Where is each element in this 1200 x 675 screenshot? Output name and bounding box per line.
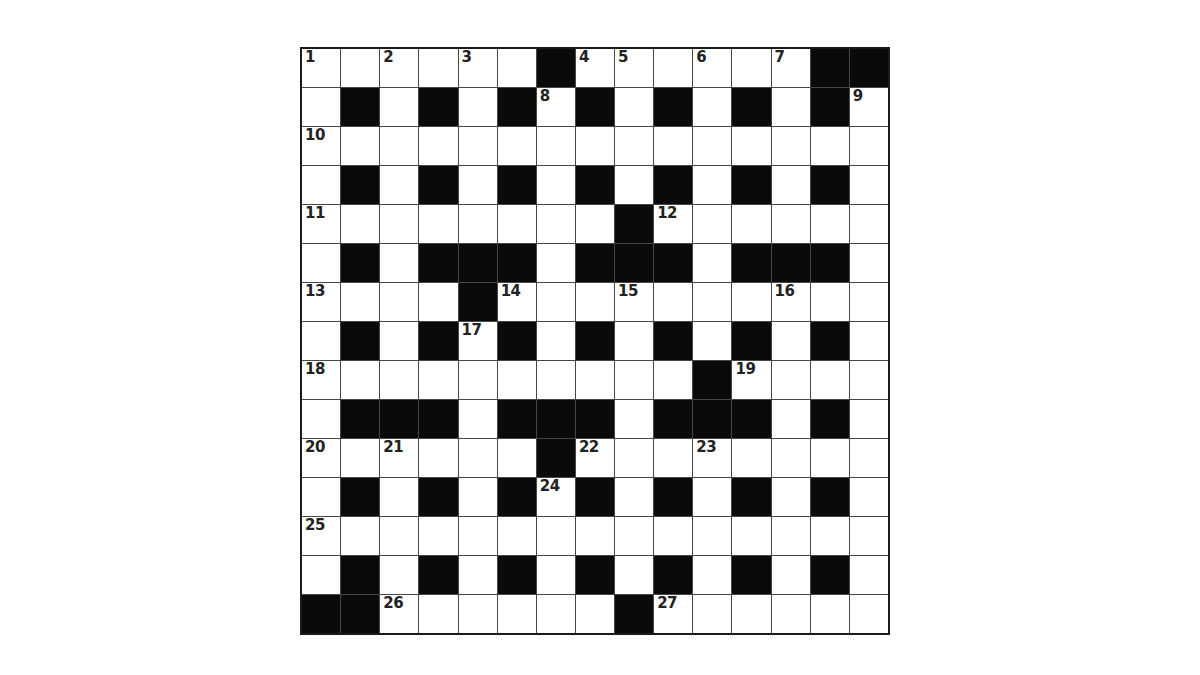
- cell-r3c7[interactable]: [537, 127, 575, 165]
- cell-r15c9: [615, 595, 653, 633]
- cell-r11c6[interactable]: [498, 439, 536, 477]
- cell-r1c8[interactable]: 4: [576, 49, 614, 87]
- cell-r8c14: [811, 322, 849, 360]
- cell-r5c13[interactable]: [772, 205, 810, 243]
- cell-r6c11[interactable]: [693, 244, 731, 282]
- cell-r7c2[interactable]: [341, 283, 379, 321]
- cell-r5c14[interactable]: [811, 205, 849, 243]
- clue-number: 5: [618, 50, 628, 66]
- cell-r15c12[interactable]: [732, 595, 770, 633]
- cell-r12c4: [419, 478, 457, 516]
- clue-number: 23: [696, 440, 716, 456]
- cell-r11c9[interactable]: [615, 439, 653, 477]
- cell-r13c4[interactable]: [419, 517, 457, 555]
- cell-r7c1[interactable]: 13: [302, 283, 340, 321]
- cell-r3c9[interactable]: [615, 127, 653, 165]
- cell-r6c1[interactable]: [302, 244, 340, 282]
- cell-r10c1[interactable]: [302, 400, 340, 438]
- clue-number: 17: [462, 323, 482, 339]
- clue-number: 26: [383, 596, 403, 612]
- clue-number: 8: [540, 89, 550, 105]
- cell-r10c5[interactable]: [459, 400, 497, 438]
- cell-r6c9: [615, 244, 653, 282]
- cell-r7c7[interactable]: [537, 283, 575, 321]
- cell-r14c1[interactable]: [302, 556, 340, 594]
- cell-r10c13[interactable]: [772, 400, 810, 438]
- cell-r10c11: [693, 400, 731, 438]
- cell-r14c12: [732, 556, 770, 594]
- cell-r14c3[interactable]: [380, 556, 418, 594]
- cell-r2c9[interactable]: [615, 88, 653, 126]
- cell-r2c6: [498, 88, 536, 126]
- cell-r1c14: [811, 49, 849, 87]
- cell-r7c8[interactable]: [576, 283, 614, 321]
- cell-r2c5[interactable]: [459, 88, 497, 126]
- cell-r4c3[interactable]: [380, 166, 418, 204]
- clue-number: 25: [305, 518, 325, 534]
- cell-r11c12[interactable]: [732, 439, 770, 477]
- cell-r3c10[interactable]: [654, 127, 692, 165]
- cell-r13c9[interactable]: [615, 517, 653, 555]
- cell-r9c13[interactable]: [772, 361, 810, 399]
- cell-r6c8: [576, 244, 614, 282]
- cell-r9c6[interactable]: [498, 361, 536, 399]
- cell-r14c10: [654, 556, 692, 594]
- cell-r15c10[interactable]: 27: [654, 595, 692, 633]
- cell-r3c13[interactable]: [772, 127, 810, 165]
- cell-r4c10: [654, 166, 692, 204]
- cell-r9c4[interactable]: [419, 361, 457, 399]
- cell-r8c2: [341, 322, 379, 360]
- clue-number: 6: [696, 50, 706, 66]
- cell-r5c1[interactable]: 11: [302, 205, 340, 243]
- cell-r9c2[interactable]: [341, 361, 379, 399]
- cell-r1c9[interactable]: 5: [615, 49, 653, 87]
- cell-r7c14[interactable]: [811, 283, 849, 321]
- cell-r7c13[interactable]: 16: [772, 283, 810, 321]
- cell-r4c11[interactable]: [693, 166, 731, 204]
- cell-r5c3[interactable]: [380, 205, 418, 243]
- cell-r4c12: [732, 166, 770, 204]
- cell-r5c7[interactable]: [537, 205, 575, 243]
- cell-r2c2: [341, 88, 379, 126]
- cell-r12c13[interactable]: [772, 478, 810, 516]
- cell-r15c6[interactable]: [498, 595, 536, 633]
- cell-r15c15[interactable]: [850, 595, 888, 633]
- cell-r6c13: [772, 244, 810, 282]
- cell-r4c15[interactable]: [850, 166, 888, 204]
- cell-r7c15[interactable]: [850, 283, 888, 321]
- cell-r9c14[interactable]: [811, 361, 849, 399]
- clue-number: 3: [462, 50, 472, 66]
- cell-r11c14[interactable]: [811, 439, 849, 477]
- cell-r6c10: [654, 244, 692, 282]
- cell-r6c4: [419, 244, 457, 282]
- cell-r12c1[interactable]: [302, 478, 340, 516]
- cell-r3c4[interactable]: [419, 127, 457, 165]
- cell-r4c5[interactable]: [459, 166, 497, 204]
- cell-r8c13[interactable]: [772, 322, 810, 360]
- cell-r1c6[interactable]: [498, 49, 536, 87]
- cell-r10c9[interactable]: [615, 400, 653, 438]
- cell-r12c14: [811, 478, 849, 516]
- clue-number: 13: [305, 284, 325, 300]
- cell-r8c4: [419, 322, 457, 360]
- clue-number: 16: [775, 284, 795, 300]
- cell-r2c11[interactable]: [693, 88, 731, 126]
- cell-r11c10[interactable]: [654, 439, 692, 477]
- cell-r9c7[interactable]: [537, 361, 575, 399]
- clue-number: 15: [618, 284, 638, 300]
- page: 1234567891011121314151617181920212223242…: [0, 0, 1200, 675]
- cell-r5c6[interactable]: [498, 205, 536, 243]
- cell-r11c13[interactable]: [772, 439, 810, 477]
- cell-r11c2[interactable]: [341, 439, 379, 477]
- cell-r8c10: [654, 322, 692, 360]
- cell-r7c12[interactable]: [732, 283, 770, 321]
- cell-r14c8: [576, 556, 614, 594]
- clue-number: 21: [383, 440, 403, 456]
- cell-r14c7[interactable]: [537, 556, 575, 594]
- cell-r2c1[interactable]: [302, 88, 340, 126]
- cell-r2c15[interactable]: 9: [850, 88, 888, 126]
- clue-number: 12: [657, 206, 677, 222]
- cell-r12c15[interactable]: [850, 478, 888, 516]
- cell-r6c2: [341, 244, 379, 282]
- cell-r1c12[interactable]: [732, 49, 770, 87]
- cell-r11c1[interactable]: 20: [302, 439, 340, 477]
- cell-r3c8[interactable]: [576, 127, 614, 165]
- cell-r13c7[interactable]: [537, 517, 575, 555]
- clue-number: 14: [501, 284, 521, 300]
- clue-number: 22: [579, 440, 599, 456]
- cell-r15c11[interactable]: [693, 595, 731, 633]
- cell-r15c4[interactable]: [419, 595, 457, 633]
- clue-number: 2: [383, 50, 393, 66]
- cell-r13c11[interactable]: [693, 517, 731, 555]
- cell-r9c8[interactable]: [576, 361, 614, 399]
- cell-r14c14: [811, 556, 849, 594]
- cell-r12c12: [732, 478, 770, 516]
- cell-r8c5[interactable]: 17: [459, 322, 497, 360]
- clue-number: 7: [775, 50, 785, 66]
- cell-r8c3[interactable]: [380, 322, 418, 360]
- cell-r12c6: [498, 478, 536, 516]
- cell-r4c14: [811, 166, 849, 204]
- cell-r13c5[interactable]: [459, 517, 497, 555]
- clue-number: 4: [579, 50, 589, 66]
- cell-r8c7[interactable]: [537, 322, 575, 360]
- cell-r8c8: [576, 322, 614, 360]
- cell-r4c13[interactable]: [772, 166, 810, 204]
- cell-r5c2[interactable]: [341, 205, 379, 243]
- cell-r7c10[interactable]: [654, 283, 692, 321]
- cell-r15c1: [302, 595, 340, 633]
- cell-r6c12: [732, 244, 770, 282]
- cell-r11c11[interactable]: 23: [693, 439, 731, 477]
- clue-number: 20: [305, 440, 325, 456]
- clue-number: 18: [305, 362, 325, 378]
- cell-r4c2: [341, 166, 379, 204]
- cell-r1c10[interactable]: [654, 49, 692, 87]
- cell-r6c5: [459, 244, 497, 282]
- cell-r7c3[interactable]: [380, 283, 418, 321]
- cell-r8c12: [732, 322, 770, 360]
- clue-number: 9: [853, 89, 863, 105]
- cell-r14c13[interactable]: [772, 556, 810, 594]
- cell-r3c11[interactable]: [693, 127, 731, 165]
- cell-r6c7[interactable]: [537, 244, 575, 282]
- cell-r7c9[interactable]: 15: [615, 283, 653, 321]
- cell-r3c12[interactable]: [732, 127, 770, 165]
- cell-r4c9[interactable]: [615, 166, 653, 204]
- cell-r11c7: [537, 439, 575, 477]
- cell-r15c13[interactable]: [772, 595, 810, 633]
- cell-r3c14[interactable]: [811, 127, 849, 165]
- cell-r4c7[interactable]: [537, 166, 575, 204]
- cell-r1c15: [850, 49, 888, 87]
- cell-r8c15[interactable]: [850, 322, 888, 360]
- cell-r14c4: [419, 556, 457, 594]
- cell-r2c14: [811, 88, 849, 126]
- cell-r13c14[interactable]: [811, 517, 849, 555]
- cell-r10c14: [811, 400, 849, 438]
- cell-r15c2: [341, 595, 379, 633]
- cell-r3c6[interactable]: [498, 127, 536, 165]
- cell-r3c5[interactable]: [459, 127, 497, 165]
- cell-r10c8: [576, 400, 614, 438]
- cell-r4c6: [498, 166, 536, 204]
- clue-number: 1: [305, 50, 315, 66]
- cell-r11c5[interactable]: [459, 439, 497, 477]
- cell-r5c10[interactable]: 12: [654, 205, 692, 243]
- cell-r13c8[interactable]: [576, 517, 614, 555]
- cell-r6c6: [498, 244, 536, 282]
- cell-r5c9: [615, 205, 653, 243]
- cell-r1c3[interactable]: 2: [380, 49, 418, 87]
- cell-r3c2[interactable]: [341, 127, 379, 165]
- cell-r2c8: [576, 88, 614, 126]
- cell-r14c15[interactable]: [850, 556, 888, 594]
- cell-r7c6[interactable]: 14: [498, 283, 536, 321]
- cell-r14c5[interactable]: [459, 556, 497, 594]
- cell-r9c9[interactable]: [615, 361, 653, 399]
- cell-r10c7: [537, 400, 575, 438]
- cell-r13c12[interactable]: [732, 517, 770, 555]
- cell-r7c11[interactable]: [693, 283, 731, 321]
- clue-number: 11: [305, 206, 325, 222]
- cell-r13c10[interactable]: [654, 517, 692, 555]
- cell-r13c15[interactable]: [850, 517, 888, 555]
- cell-r3c15[interactable]: [850, 127, 888, 165]
- cell-r1c1[interactable]: 1: [302, 49, 340, 87]
- clue-number: 24: [540, 479, 560, 495]
- cell-r15c8[interactable]: [576, 595, 614, 633]
- clue-number: 27: [657, 596, 677, 612]
- cell-r12c11[interactable]: [693, 478, 731, 516]
- cell-r12c8: [576, 478, 614, 516]
- cell-r10c2: [341, 400, 379, 438]
- cell-r2c7[interactable]: 8: [537, 88, 575, 126]
- cell-r1c7: [537, 49, 575, 87]
- crossword-board: 1234567891011121314151617181920212223242…: [300, 47, 890, 635]
- cell-r15c7[interactable]: [537, 595, 575, 633]
- cell-r12c2: [341, 478, 379, 516]
- cell-r15c3[interactable]: 26: [380, 595, 418, 633]
- cell-r14c9[interactable]: [615, 556, 653, 594]
- cell-r8c6: [498, 322, 536, 360]
- cell-r11c3[interactable]: 21: [380, 439, 418, 477]
- cell-r12c9[interactable]: [615, 478, 653, 516]
- cell-r2c10: [654, 88, 692, 126]
- cell-r2c12: [732, 88, 770, 126]
- cell-r7c4[interactable]: [419, 283, 457, 321]
- cell-r1c11[interactable]: 6: [693, 49, 731, 87]
- cell-r3c1[interactable]: 10: [302, 127, 340, 165]
- cell-r5c12[interactable]: [732, 205, 770, 243]
- cell-r6c3[interactable]: [380, 244, 418, 282]
- cell-r14c11[interactable]: [693, 556, 731, 594]
- cell-r13c1[interactable]: 25: [302, 517, 340, 555]
- cell-r15c5[interactable]: [459, 595, 497, 633]
- cell-r11c15[interactable]: [850, 439, 888, 477]
- cell-r12c5[interactable]: [459, 478, 497, 516]
- cell-r9c15[interactable]: [850, 361, 888, 399]
- cell-r5c11[interactable]: [693, 205, 731, 243]
- cell-r9c5[interactable]: [459, 361, 497, 399]
- cell-r9c3[interactable]: [380, 361, 418, 399]
- cell-r7c5: [459, 283, 497, 321]
- cell-r4c4: [419, 166, 457, 204]
- cell-r10c15[interactable]: [850, 400, 888, 438]
- cell-r10c3: [380, 400, 418, 438]
- cell-r15c14[interactable]: [811, 595, 849, 633]
- cell-r5c15[interactable]: [850, 205, 888, 243]
- cell-r10c6: [498, 400, 536, 438]
- cell-r13c6[interactable]: [498, 517, 536, 555]
- cell-r5c4[interactable]: [419, 205, 457, 243]
- cell-r14c2: [341, 556, 379, 594]
- cell-r1c13[interactable]: 7: [772, 49, 810, 87]
- cell-r8c11[interactable]: [693, 322, 731, 360]
- cell-r1c4[interactable]: [419, 49, 457, 87]
- cell-r9c1[interactable]: 18: [302, 361, 340, 399]
- cell-r13c3[interactable]: [380, 517, 418, 555]
- cell-r12c7[interactable]: 24: [537, 478, 575, 516]
- cell-r2c13[interactable]: [772, 88, 810, 126]
- cell-r10c12: [732, 400, 770, 438]
- cell-r14c6: [498, 556, 536, 594]
- cell-r9c11: [693, 361, 731, 399]
- cell-r8c1[interactable]: [302, 322, 340, 360]
- cell-r3c3[interactable]: [380, 127, 418, 165]
- cell-r6c15[interactable]: [850, 244, 888, 282]
- cell-r12c3[interactable]: [380, 478, 418, 516]
- cell-r6c14: [811, 244, 849, 282]
- cell-r10c4: [419, 400, 457, 438]
- cell-r2c4: [419, 88, 457, 126]
- cell-r5c5[interactable]: [459, 205, 497, 243]
- cell-r12c10: [654, 478, 692, 516]
- cell-r9c10[interactable]: [654, 361, 692, 399]
- cell-r11c8[interactable]: 22: [576, 439, 614, 477]
- cell-r4c8: [576, 166, 614, 204]
- cell-r2c3[interactable]: [380, 88, 418, 126]
- cell-r4c1[interactable]: [302, 166, 340, 204]
- clue-number: 19: [735, 362, 755, 378]
- cell-r8c9[interactable]: [615, 322, 653, 360]
- cell-r13c2[interactable]: [341, 517, 379, 555]
- cell-r13c13[interactable]: [772, 517, 810, 555]
- cell-r1c2[interactable]: [341, 49, 379, 87]
- cell-r10c10: [654, 400, 692, 438]
- cell-r5c8[interactable]: [576, 205, 614, 243]
- cell-r9c12[interactable]: 19: [732, 361, 770, 399]
- clue-number: 10: [305, 128, 325, 144]
- cell-r1c5[interactable]: 3: [459, 49, 497, 87]
- cell-r11c4[interactable]: [419, 439, 457, 477]
